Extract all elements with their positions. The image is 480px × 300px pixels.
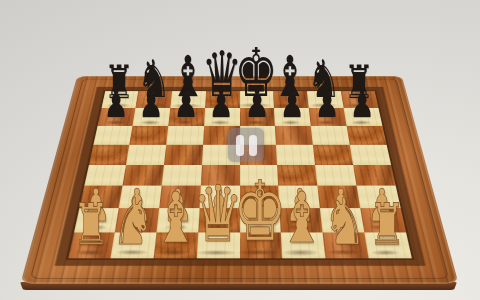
square-f7: [274, 107, 311, 125]
scene: ♜♞♝♛♚♝♞♜♟♟♟♟♟♟♟♟♟♟♟♟♟♟♟♟♜♞♝♛♚♝♞♜: [0, 0, 480, 300]
square-a4: [83, 164, 125, 185]
square-c5: [164, 144, 203, 164]
square-g3: [317, 185, 360, 208]
square-c1: [153, 232, 197, 258]
square-f6: [275, 125, 313, 144]
square-h2: [360, 208, 405, 232]
square-a6: [92, 125, 132, 144]
square-a7: [97, 107, 136, 125]
square-g4: [315, 164, 356, 185]
square-g5: [312, 144, 352, 164]
watermark-logo: [228, 128, 264, 162]
square-a5: [88, 144, 129, 164]
square-b4: [122, 164, 163, 185]
square-c6: [166, 125, 204, 144]
square-f5: [276, 144, 315, 164]
square-e8: [239, 91, 274, 108]
square-h3: [356, 185, 400, 208]
square-b8: [135, 91, 171, 108]
square-f1: [281, 232, 325, 258]
square-c7: [168, 107, 205, 125]
square-d4: [200, 164, 239, 185]
square-h5: [349, 144, 390, 164]
square-e3: [239, 185, 279, 208]
square-h4: [352, 164, 394, 185]
square-h8: [340, 91, 377, 108]
square-a8: [101, 91, 138, 108]
square-c3: [159, 185, 200, 208]
square-e7: [239, 107, 275, 125]
square-c4: [161, 164, 201, 185]
square-f3: [278, 185, 319, 208]
square-d2: [197, 208, 239, 232]
square-f2: [279, 208, 322, 232]
square-a3: [78, 185, 122, 208]
square-b7: [132, 107, 170, 125]
square-b3: [118, 185, 161, 208]
square-b2: [114, 208, 158, 232]
square-a1: [67, 232, 114, 258]
square-d8: [204, 91, 239, 108]
photo-background: { "game": "chess", "position": "rnbqkbnr…: [0, 0, 480, 300]
watermark-bar: [236, 135, 244, 156]
square-d3: [199, 185, 239, 208]
square-a2: [73, 208, 118, 232]
square-b1: [110, 232, 156, 258]
square-g6: [310, 125, 349, 144]
square-e2: [239, 208, 281, 232]
square-h6: [346, 125, 386, 144]
watermark-bar: [249, 135, 257, 156]
square-d1: [196, 232, 239, 258]
square-c8: [170, 91, 206, 108]
square-e4: [239, 164, 278, 185]
square-h1: [364, 232, 411, 258]
board-grid: [67, 91, 410, 258]
square-g7: [308, 107, 346, 125]
square-g8: [306, 91, 342, 108]
square-h7: [343, 107, 382, 125]
square-g2: [319, 208, 363, 232]
chess-board: [20, 76, 458, 284]
square-d7: [203, 107, 239, 125]
square-b6: [129, 125, 168, 144]
square-f8: [273, 91, 309, 108]
square-f4: [277, 164, 317, 185]
square-g1: [322, 232, 368, 258]
square-b5: [126, 144, 166, 164]
square-c2: [156, 208, 199, 232]
square-e1: [239, 232, 282, 258]
